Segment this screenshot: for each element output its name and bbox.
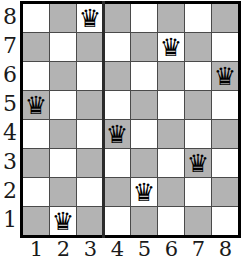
board-grid: ♛♛♛♛♛♛♛♛	[23, 4, 238, 235]
square-f4-r5[interactable]	[104, 91, 130, 119]
square-f8-r1[interactable]	[212, 207, 238, 235]
black-queen[interactable]: ♛	[50, 207, 76, 235]
square-f2-r7[interactable]	[50, 33, 76, 61]
square-f1-r2[interactable]	[23, 178, 49, 206]
square-f5-r3[interactable]	[131, 149, 157, 177]
square-f1-r3[interactable]	[23, 149, 49, 177]
square-f6-r3[interactable]	[158, 149, 184, 177]
square-f6-r5[interactable]	[158, 91, 184, 119]
square-f2-r5[interactable]	[50, 91, 76, 119]
black-queen[interactable]: ♛	[131, 178, 157, 206]
file-labels: 12345678	[23, 238, 245, 259]
square-f1-r4[interactable]	[23, 120, 49, 148]
square-f8-r3[interactable]	[212, 149, 238, 177]
square-f1-r8[interactable]	[23, 4, 49, 32]
square-f1-r5[interactable]: ♛	[23, 91, 49, 119]
black-queen[interactable]: ♛	[185, 149, 211, 177]
black-queen[interactable]: ♛	[23, 91, 49, 119]
file-label-1: 1	[23, 238, 50, 259]
square-f3-r4[interactable]	[77, 120, 103, 148]
square-f8-r8[interactable]	[212, 4, 238, 32]
black-queen[interactable]: ♛	[158, 33, 184, 61]
chessboard: ♛♛♛♛♛♛♛♛	[20, 1, 241, 238]
square-f8-r7[interactable]	[212, 33, 238, 61]
square-f3-r3[interactable]	[77, 149, 103, 177]
rank-label-4: 4	[0, 119, 20, 148]
black-queen[interactable]: ♛	[212, 62, 238, 90]
square-f7-r7[interactable]	[185, 33, 211, 61]
square-f4-r1[interactable]	[104, 207, 130, 235]
square-f7-r3[interactable]: ♛	[185, 149, 211, 177]
rank-label-2: 2	[0, 177, 20, 206]
file-label-8: 8	[212, 238, 239, 259]
square-f6-r6[interactable]	[158, 62, 184, 90]
square-f6-r7[interactable]: ♛	[158, 33, 184, 61]
square-f7-r8[interactable]	[185, 4, 211, 32]
square-f1-r7[interactable]	[23, 33, 49, 61]
file-label-4: 4	[104, 238, 131, 259]
square-f4-r4[interactable]: ♛	[104, 120, 130, 148]
square-f5-r6[interactable]	[131, 62, 157, 90]
square-f6-r2[interactable]	[158, 178, 184, 206]
file-label-5: 5	[131, 238, 158, 259]
square-f4-r6[interactable]	[104, 62, 130, 90]
square-f1-r1[interactable]	[23, 207, 49, 235]
square-f5-r8[interactable]	[131, 4, 157, 32]
black-queen[interactable]: ♛	[77, 4, 103, 32]
square-f3-r8[interactable]: ♛	[77, 4, 103, 32]
square-f8-r2[interactable]	[212, 178, 238, 206]
square-f2-r2[interactable]	[50, 178, 76, 206]
square-f6-r4[interactable]	[158, 120, 184, 148]
square-f2-r4[interactable]	[50, 120, 76, 148]
rank-label-6: 6	[0, 61, 20, 90]
rank-label-8: 8	[0, 3, 20, 32]
square-f8-r5[interactable]	[212, 91, 238, 119]
square-f7-r5[interactable]	[185, 91, 211, 119]
square-f1-r6[interactable]	[23, 62, 49, 90]
square-f2-r6[interactable]	[50, 62, 76, 90]
square-f5-r4[interactable]	[131, 120, 157, 148]
square-f7-r6[interactable]	[185, 62, 211, 90]
file-label-2: 2	[50, 238, 77, 259]
square-f5-r1[interactable]	[131, 207, 157, 235]
file-label-3: 3	[77, 238, 104, 259]
square-f5-r5[interactable]	[131, 91, 157, 119]
square-f4-r2[interactable]	[104, 178, 130, 206]
square-f5-r7[interactable]	[131, 33, 157, 61]
square-f2-r1[interactable]: ♛	[50, 207, 76, 235]
square-f2-r3[interactable]	[50, 149, 76, 177]
rank-label-7: 7	[0, 32, 20, 61]
square-f2-r8[interactable]	[50, 4, 76, 32]
rank-label-5: 5	[0, 90, 20, 119]
square-f4-r3[interactable]	[104, 149, 130, 177]
square-f5-r2[interactable]: ♛	[131, 178, 157, 206]
square-f7-r2[interactable]	[185, 178, 211, 206]
square-f8-r4[interactable]	[212, 120, 238, 148]
rank-labels: 87654321	[0, 0, 20, 235]
square-f3-r5[interactable]	[77, 91, 103, 119]
file-label-7: 7	[185, 238, 212, 259]
square-f3-r2[interactable]	[77, 178, 103, 206]
square-f7-r4[interactable]	[185, 120, 211, 148]
chessboard-figure: 87654321 ♛♛♛♛♛♛♛♛ 12345678	[0, 0, 245, 259]
square-f6-r1[interactable]	[158, 207, 184, 235]
square-f4-r8[interactable]	[104, 4, 130, 32]
square-f3-r1[interactable]	[77, 207, 103, 235]
black-queen[interactable]: ♛	[104, 120, 130, 148]
file-label-6: 6	[158, 238, 185, 259]
square-f7-r1[interactable]	[185, 207, 211, 235]
square-f3-r7[interactable]	[77, 33, 103, 61]
square-f3-r6[interactable]	[77, 62, 103, 90]
square-f4-r7[interactable]	[104, 33, 130, 61]
square-f8-r6[interactable]: ♛	[212, 62, 238, 90]
rank-label-3: 3	[0, 148, 20, 177]
rank-label-1: 1	[0, 206, 20, 235]
square-f6-r8[interactable]	[158, 4, 184, 32]
